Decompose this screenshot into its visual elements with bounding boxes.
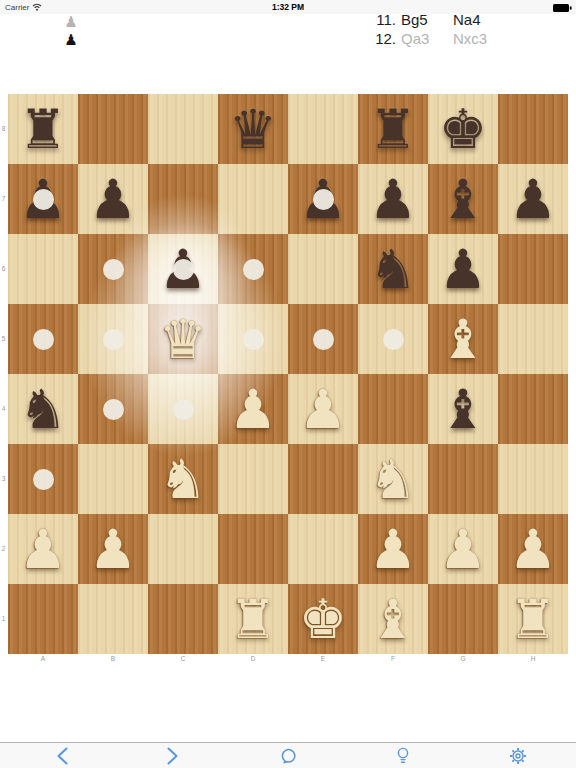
legal-move-dot[interactable] [243,329,264,350]
black-pawn[interactable]: ♟ [498,164,568,234]
file-label-h: H [498,655,568,666]
square-h3[interactable] [498,444,568,514]
legal-move-dot[interactable] [33,189,54,210]
square-e1[interactable]: ♚ [288,584,358,654]
square-b6[interactable] [78,234,148,304]
rank-label-8: 8 [0,94,7,164]
square-e3[interactable] [288,444,358,514]
square-f6[interactable]: ♞ [358,234,428,304]
chess-board[interactable]: ♜♛♜♚♟♟♟♟♝♟♟♞♟♛♝♞♟♟♝♞♞♟♟♟♟♟♜♚♝♜ [8,94,568,654]
legal-move-dot[interactable] [103,259,124,280]
square-g8[interactable]: ♚ [428,94,498,164]
square-f4[interactable] [358,374,428,444]
legal-move-dot[interactable] [313,329,334,350]
square-c7[interactable] [148,164,218,234]
file-label-g: G [428,655,498,666]
black-pawn[interactable]: ♟ [358,164,428,234]
square-h4[interactable] [498,374,568,444]
square-g7[interactable]: ♝ [428,164,498,234]
square-d7[interactable] [218,164,288,234]
white-rook[interactable]: ♜ [498,584,568,654]
square-a5[interactable] [8,304,78,374]
square-a1[interactable] [8,584,78,654]
square-e6[interactable] [288,234,358,304]
file-label-f: F [358,655,428,666]
black-bishop[interactable]: ♝ [428,164,498,234]
legal-move-dot[interactable] [103,329,124,350]
black-queen[interactable]: ♛ [218,94,288,164]
square-f2[interactable]: ♟ [358,514,428,584]
square-h7[interactable]: ♟ [498,164,568,234]
square-a8[interactable]: ♜ [8,94,78,164]
white-knight[interactable]: ♞ [148,444,218,514]
rotate-arrow-icon [280,747,296,764]
square-d4[interactable]: ♟ [218,374,288,444]
square-d5[interactable] [218,304,288,374]
square-c3[interactable]: ♞ [148,444,218,514]
legal-move-dot[interactable] [243,259,264,280]
square-d3[interactable] [218,444,288,514]
white-pawn[interactable]: ♟ [428,514,498,584]
square-c2[interactable] [148,514,218,584]
black-knight[interactable]: ♞ [8,374,78,444]
white-pawn[interactable]: ♟ [78,514,148,584]
white-king[interactable]: ♚ [288,584,358,654]
square-a4[interactable]: ♞ [8,374,78,444]
square-b8[interactable] [78,94,148,164]
square-d1[interactable]: ♜ [218,584,288,654]
square-c6[interactable]: ♟ [148,234,218,304]
square-d8[interactable]: ♛ [218,94,288,164]
square-c4[interactable] [148,374,218,444]
legal-move-dot[interactable] [173,399,194,420]
square-b1[interactable] [78,584,148,654]
square-h2[interactable]: ♟ [498,514,568,584]
square-b4[interactable] [78,374,148,444]
rank-label-7: 7 [0,164,7,234]
legal-move-dot[interactable] [383,329,404,350]
hint-button[interactable] [386,743,420,768]
white-queen[interactable]: ♛ [148,304,218,374]
square-d6[interactable] [218,234,288,304]
square-a2[interactable]: ♟ [8,514,78,584]
legal-move-dot[interactable] [313,189,334,210]
black-move[interactable]: Na4 [453,11,523,28]
black-bishop[interactable]: ♝ [428,374,498,444]
square-g5[interactable]: ♝ [428,304,498,374]
square-e4[interactable]: ♟ [288,374,358,444]
white-pawn[interactable]: ♟ [8,514,78,584]
legal-move-dot[interactable] [173,259,194,280]
gear-icon [509,747,527,765]
square-e5[interactable] [288,304,358,374]
file-label-e: E [288,655,358,666]
rank-label-4: 4 [0,374,7,444]
move-row: 12. Qa3 Nxc3 [0,30,576,49]
square-b2[interactable]: ♟ [78,514,148,584]
white-pawn[interactable]: ♟ [218,374,288,444]
chevron-left-icon [57,747,68,765]
black-king[interactable]: ♚ [428,94,498,164]
bottom-toolbar [0,742,576,768]
white-rook[interactable]: ♜ [218,584,288,654]
chess-app-screen: Carrier 1:32 PM ♟ ♟ 11. Bg5 Na4 12. Qa3 … [0,0,576,768]
move-number: 12. [340,30,396,47]
white-move[interactable]: Bg5 [401,11,451,28]
square-b5[interactable] [78,304,148,374]
white-move[interactable]: Qa3 [401,30,451,47]
square-b7[interactable]: ♟ [78,164,148,234]
square-e7[interactable]: ♟ [288,164,358,234]
lightbulb-icon [396,747,410,765]
previous-move-button[interactable] [45,743,79,768]
square-e8[interactable] [288,94,358,164]
square-d2[interactable] [218,514,288,584]
black-knight[interactable]: ♞ [358,234,428,304]
square-g6[interactable]: ♟ [428,234,498,304]
square-g4[interactable]: ♝ [428,374,498,444]
square-g3[interactable] [428,444,498,514]
square-g2[interactable]: ♟ [428,514,498,584]
square-b3[interactable] [78,444,148,514]
square-h8[interactable] [498,94,568,164]
white-bishop[interactable]: ♝ [428,304,498,374]
rank-label-1: 1 [0,584,7,654]
square-c8[interactable] [148,94,218,164]
move-number: 11. [340,11,396,28]
file-label-a: A [8,655,78,666]
square-a6[interactable] [8,234,78,304]
black-pawn[interactable]: ♟ [78,164,148,234]
square-g1[interactable] [428,584,498,654]
rank-label-6: 6 [0,234,7,304]
black-move[interactable]: Nxc3 [453,30,523,47]
square-a7[interactable]: ♟ [8,164,78,234]
rotate-board-button[interactable] [271,743,305,768]
square-f3[interactable]: ♞ [358,444,428,514]
square-f5[interactable] [358,304,428,374]
square-e2[interactable] [288,514,358,584]
square-c5[interactable]: ♛ [148,304,218,374]
file-label-d: D [218,655,288,666]
file-label-c: C [148,655,218,666]
square-f8[interactable]: ♜ [358,94,428,164]
square-h5[interactable] [498,304,568,374]
white-pawn[interactable]: ♟ [358,514,428,584]
white-pawn[interactable]: ♟ [498,514,568,584]
black-pawn[interactable]: ♟ [428,234,498,304]
rank-label-5: 5 [0,304,7,374]
black-rook[interactable]: ♜ [8,94,78,164]
file-label-b: B [78,655,148,666]
black-rook[interactable]: ♜ [358,94,428,164]
square-h1[interactable]: ♜ [498,584,568,654]
legal-move-dot[interactable] [33,469,54,490]
square-f7[interactable]: ♟ [358,164,428,234]
square-h6[interactable] [498,234,568,304]
white-pawn[interactable]: ♟ [288,374,358,444]
white-bishop[interactable]: ♝ [358,584,428,654]
move-row: 11. Bg5 Na4 [0,11,576,30]
legal-move-dot[interactable] [103,399,124,420]
next-move-button[interactable] [155,743,189,768]
square-c1[interactable] [148,584,218,654]
legal-move-dot[interactable] [33,329,54,350]
square-a3[interactable] [8,444,78,514]
rank-label-2: 2 [0,514,7,584]
chevron-right-icon [167,747,178,765]
rank-label-3: 3 [0,444,7,514]
white-knight[interactable]: ♞ [358,444,428,514]
square-f1[interactable]: ♝ [358,584,428,654]
settings-button[interactable] [501,743,535,768]
